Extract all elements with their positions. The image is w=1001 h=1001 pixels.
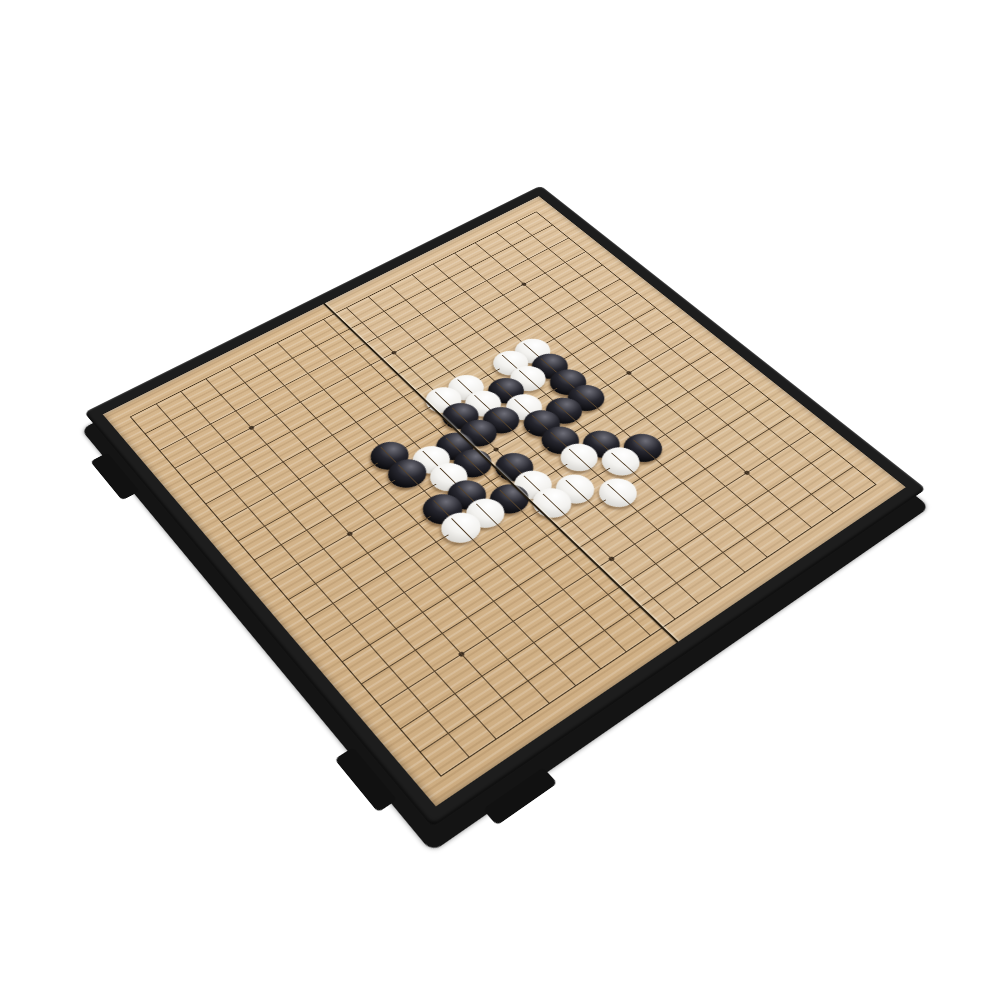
white-stone-12-12[interactable]: [458, 493, 512, 535]
intersection-19-4: [790, 511, 834, 544]
intersection-13-9: [554, 473, 596, 505]
intersection-14-9: [573, 491, 616, 524]
white-stone-10-12[interactable]: [422, 457, 475, 497]
intersection-19-12: [603, 633, 649, 671]
intersection-18-16: [478, 679, 525, 719]
intersection-16-16: [438, 636, 484, 674]
white-stone-14-8[interactable]: [591, 473, 645, 514]
intersection-6-19: [185, 488, 227, 520]
intersection-19-7: [722, 555, 767, 590]
intersection-16-13: [516, 588, 561, 624]
intersection-19-1: [854, 469, 897, 501]
intersection-14-17: [374, 611, 419, 648]
intersection-18-18: [424, 713, 472, 754]
intersection-17-3: [769, 461, 812, 492]
board-rim: [84, 185, 926, 827]
intersection-7-19: [200, 506, 242, 539]
intersection-15-6: [662, 467, 705, 499]
black-stone-12-11[interactable]: [482, 479, 536, 520]
intersection-14-18: [347, 627, 393, 665]
intersection-17-6: [703, 503, 746, 536]
intersection-9-13: [386, 458, 428, 489]
intersection-9-17: [285, 514, 328, 547]
intersection-5-19: [169, 470, 211, 502]
intersection-18-9: [654, 566, 699, 601]
intersection-14-6: [642, 450, 684, 481]
intersection-13-19: [302, 622, 347, 660]
intersection-16-6: [682, 485, 725, 517]
intersection-19-15: [526, 683, 573, 723]
intersection-19-19: [417, 755, 466, 798]
intersection-17-9: [633, 546, 677, 581]
intersection-16-19: [357, 686, 404, 726]
intersection-10-11: [452, 448, 494, 479]
intersection-9-16: [311, 499, 354, 532]
intersection-14-14: [452, 564, 496, 599]
intersection-17-16: [458, 657, 505, 696]
intersection-15-15: [445, 599, 490, 636]
intersection-17-8: [657, 532, 701, 566]
intersection-19-9: [676, 585, 721, 621]
intersection-18-5: [746, 507, 790, 540]
intersection-18-10: [630, 581, 675, 617]
intersection-17-12: [561, 592, 606, 628]
star-point: [492, 447, 499, 452]
intersection-19-18: [445, 736, 493, 778]
intersection-14-8: [597, 477, 640, 509]
intersection-16-7: [659, 499, 702, 532]
intersection-17-7: [680, 517, 724, 551]
intersection-13-13: [458, 530, 502, 564]
star-point: [346, 531, 353, 537]
intersection-19-14: [552, 666, 599, 705]
intersection-11-16: [346, 536, 389, 570]
intersection-12-11: [488, 483, 531, 515]
intersection-17-15: [485, 640, 531, 678]
intersection-9-19: [233, 543, 276, 577]
intersection-18-17: [452, 696, 500, 736]
intersection-13-11: [507, 501, 550, 534]
intersection-14-11: [526, 519, 569, 553]
intersection-19-10: [652, 601, 698, 638]
intersection-15-19: [338, 664, 385, 703]
intersection-11-15: [371, 522, 414, 556]
black-stone-9-13[interactable]: [381, 454, 434, 494]
intersection-10-16: [328, 518, 371, 552]
intersection-15-12: [521, 553, 565, 588]
intersection-15-16: [419, 615, 465, 652]
intersection-16-14: [490, 604, 535, 641]
go-grid-19x19: [111, 201, 897, 798]
intersection-15-17: [393, 631, 439, 669]
intersection-11-13: [421, 493, 464, 526]
intersection-12-17: [337, 571, 381, 607]
board-grid-area: [111, 201, 897, 798]
intersection-14-7: [619, 463, 661, 495]
intersection-8-18: [243, 510, 286, 543]
star-point: [744, 470, 751, 475]
intersection-10-17: [302, 532, 345, 566]
intersection-12-16: [363, 555, 407, 590]
intersection-7-16: [278, 464, 320, 496]
intersection-14-19: [320, 643, 366, 681]
product-photo-stage: [0, 0, 1001, 1001]
intersection-10-19: [249, 562, 293, 597]
intersection-16-10: [589, 542, 633, 576]
intersection-12-15: [389, 540, 433, 574]
intersection-11-12: [446, 479, 488, 511]
intersection-4-19: [154, 452, 195, 483]
intersection-16-12: [541, 572, 586, 608]
intersection-16-18: [385, 669, 432, 708]
intersection-17-2: [790, 448, 832, 479]
intersection-11-17: [320, 551, 364, 586]
intersection-18-7: [701, 536, 745, 570]
black-stone-11-12[interactable]: [440, 475, 494, 516]
intersection-18-14: [531, 645, 578, 683]
intersection-12-14: [415, 526, 458, 560]
intersection-19-13: [577, 650, 624, 689]
intersection-6-18: [211, 474, 253, 506]
intersection-15-13: [496, 568, 541, 603]
intersection-8-16: [295, 481, 337, 513]
intersection-14-15: [426, 579, 471, 615]
intersection-15-10: [569, 523, 613, 557]
intersection-9-14: [362, 471, 404, 503]
intersection-17-13: [536, 608, 582, 645]
intersection-10-12: [428, 462, 470, 494]
star-point: [248, 425, 255, 430]
black-stone-11-13[interactable]: [416, 489, 470, 530]
intersection-18-4: [768, 493, 811, 526]
intersection-7-15: [303, 450, 344, 481]
intersection-13-16: [382, 575, 427, 611]
intersection-5-18: [195, 456, 236, 487]
intersection-12-9: [535, 456, 577, 487]
intersection-15-5: [684, 453, 726, 484]
intersection-12-12: [464, 497, 507, 530]
intersection-10-18: [276, 547, 320, 582]
intersection-16-5: [704, 471, 747, 503]
intersection-14-16: [400, 595, 445, 631]
intersection-15-8: [616, 495, 659, 528]
intersection-13-12: [483, 515, 526, 548]
intersection-11-11: [470, 465, 512, 497]
intersection-8-15: [320, 468, 362, 500]
intersection-19-11: [627, 617, 673, 654]
intersection-16-11: [565, 557, 609, 592]
white-stone-13-9[interactable]: [548, 469, 602, 510]
star-point: [521, 282, 527, 286]
intersection-10-13: [404, 475, 446, 507]
intersection-8-14: [345, 454, 387, 485]
black-stone-11-10[interactable]: [488, 448, 541, 488]
intersection-13-10: [531, 487, 574, 519]
intersection-18-19: [396, 731, 444, 773]
intersection-6-16: [262, 447, 303, 478]
intersection-10-14: [379, 489, 421, 522]
intersection-10-15: [354, 503, 397, 536]
intersection-13-14: [433, 545, 477, 580]
intersection-17-19: [377, 708, 425, 749]
intersection-8-17: [269, 495, 311, 528]
intersection-14-12: [502, 534, 546, 568]
intersection-11-18: [293, 566, 337, 601]
intersection-14-10: [550, 505, 593, 538]
intersection-19-6: [745, 540, 789, 574]
intersection-15-11: [545, 538, 589, 572]
intersection-17-18: [404, 691, 451, 731]
intersection-17-5: [725, 489, 768, 521]
intersection-18-2: [811, 465, 854, 497]
intersection-11-19: [266, 582, 310, 618]
intersection-13-8: [577, 459, 619, 490]
intersection-9-18: [259, 528, 302, 562]
intersection-17-4: [747, 475, 790, 507]
intersection-9-15: [337, 485, 379, 517]
intersection-13-18: [329, 606, 374, 643]
intersection-16-4: [726, 457, 768, 488]
intersection-15-9: [593, 509, 636, 542]
intersection-7-17: [253, 477, 295, 509]
intersection-18-6: [724, 521, 768, 555]
white-stone-12-10[interactable]: [506, 465, 560, 505]
star-point: [390, 350, 397, 355]
intersection-17-14: [510, 624, 556, 662]
intersection-18-11: [606, 597, 652, 634]
star-point: [608, 556, 615, 562]
intersection-18-1: [832, 451, 875, 482]
intersection-19-5: [768, 525, 812, 559]
intersection-13-15: [407, 560, 451, 595]
star-point: [626, 371, 633, 376]
intersection-12-10: [512, 469, 554, 501]
intersection-13-17: [355, 590, 400, 626]
star-point: [458, 651, 466, 657]
scene: [0, 0, 1001, 1001]
intersection-8-19: [216, 524, 259, 558]
intersection-17-10: [610, 561, 655, 596]
intersection-16-17: [412, 652, 458, 691]
intersection-19-8: [699, 570, 744, 606]
intersection-16-8: [636, 513, 680, 546]
intersection-11-14: [397, 507, 440, 540]
intersection-12-18: [311, 586, 356, 622]
intersection-16-15: [465, 620, 511, 657]
intersection-19-16: [499, 701, 547, 742]
intersection-7-18: [227, 491, 269, 524]
intersection-6-17: [237, 460, 278, 491]
intersection-12-19: [284, 602, 329, 639]
go-board: [84, 185, 926, 827]
intersection-19-3: [812, 496, 856, 529]
intersection-19-17: [472, 718, 520, 759]
intersection-18-15: [505, 662, 552, 701]
intersection-18-13: [556, 629, 602, 667]
white-stone-12-13[interactable]: [434, 507, 489, 549]
intersection-16-9: [613, 528, 657, 562]
intersection-18-8: [678, 551, 723, 586]
board-surface: [103, 196, 906, 806]
intersection-15-18: [366, 648, 412, 687]
intersection-17-17: [431, 674, 478, 714]
intersection-18-12: [581, 612, 627, 649]
intersection-12-13: [439, 511, 482, 544]
intersection-11-10: [493, 452, 535, 483]
intersection-18-3: [790, 479, 833, 511]
intersection-13-7: [600, 446, 642, 477]
intersection-19-2: [833, 482, 876, 514]
intersection-15-7: [639, 481, 682, 513]
white-stone-13-10[interactable]: [525, 483, 579, 524]
intersection-14-13: [477, 549, 521, 584]
intersection-15-14: [471, 584, 516, 620]
intersection-17-11: [585, 577, 630, 613]
